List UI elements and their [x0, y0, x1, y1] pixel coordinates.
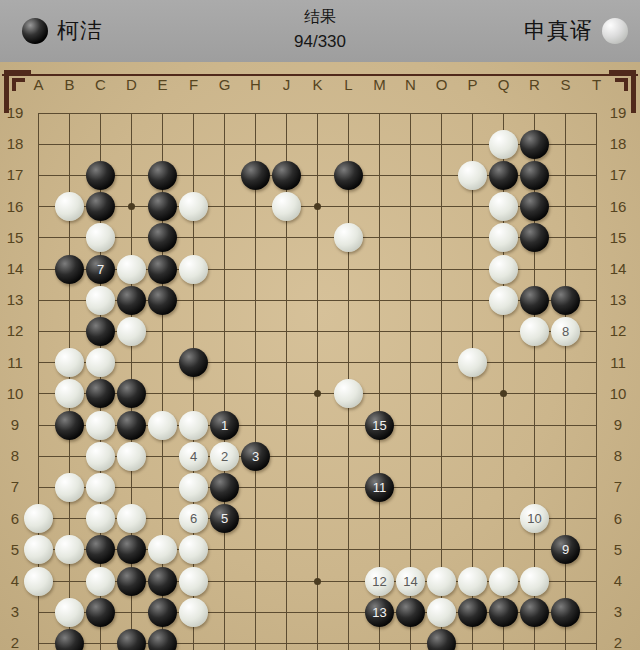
stone-white-E9 [148, 411, 177, 440]
row-label-left-9: 9 [2, 416, 28, 433]
move-number-label: 8 [562, 325, 569, 338]
stone-black-B14 [55, 255, 84, 284]
move-number-label: 1 [221, 419, 228, 432]
stone-black-C17 [86, 161, 115, 190]
stone-black-G7 [210, 473, 239, 502]
col-label-R: R [525, 76, 545, 93]
black-player-area: 柯洁 [22, 0, 103, 62]
col-label-O: O [432, 76, 452, 93]
stone-white-Q13 [489, 286, 518, 315]
stone-black-D5 [117, 535, 146, 564]
stone-black-G6: 5 [210, 504, 239, 533]
stone-black-D9 [117, 411, 146, 440]
stone-white-M4: 12 [365, 567, 394, 596]
stone-white-B10 [55, 379, 84, 408]
move-number-label: 5 [221, 512, 228, 525]
stone-white-N4: 14 [396, 567, 425, 596]
row-label-right-13: 13 [605, 291, 631, 308]
stone-black-R15 [520, 223, 549, 252]
row-label-right-8: 8 [605, 447, 631, 464]
stone-black-R17 [520, 161, 549, 190]
stone-white-F8: 4 [179, 442, 208, 471]
stone-black-M7: 11 [365, 473, 394, 502]
stone-black-R3 [520, 598, 549, 627]
row-label-left-16: 16 [2, 198, 28, 215]
stone-white-S12: 8 [551, 317, 580, 346]
stone-black-C16 [86, 192, 115, 221]
row-label-left-17: 17 [2, 166, 28, 183]
stone-white-F14 [179, 255, 208, 284]
stone-black-D13 [117, 286, 146, 315]
row-label-right-19: 19 [605, 104, 631, 121]
row-label-right-7: 7 [605, 478, 631, 495]
stone-white-R12 [520, 317, 549, 346]
row-label-left-15: 15 [2, 229, 28, 246]
row-label-left-10: 10 [2, 385, 28, 402]
stone-white-F4 [179, 567, 208, 596]
stone-black-B2 [55, 629, 84, 650]
move-number-label: 6 [190, 512, 197, 525]
row-label-left-8: 8 [2, 447, 28, 464]
stone-black-R18 [520, 130, 549, 159]
star-point-D16 [128, 203, 135, 210]
row-label-right-12: 12 [605, 322, 631, 339]
col-label-C: C [91, 76, 111, 93]
stone-white-G8: 2 [210, 442, 239, 471]
stone-white-L15 [334, 223, 363, 252]
move-number-label: 3 [252, 450, 259, 463]
stone-black-M3: 13 [365, 598, 394, 627]
result-title: 结果 [160, 7, 480, 28]
stone-black-C10 [86, 379, 115, 408]
stone-white-J16 [272, 192, 301, 221]
white-player-area: 申真谞 [524, 0, 628, 62]
col-label-M: M [370, 76, 390, 93]
stone-black-C12 [86, 317, 115, 346]
row-label-right-17: 17 [605, 166, 631, 183]
stone-white-R6: 10 [520, 504, 549, 533]
row-label-left-2: 2 [2, 634, 28, 650]
row-label-left-3: 3 [2, 603, 28, 620]
row-label-right-15: 15 [605, 229, 631, 246]
stone-white-C13 [86, 286, 115, 315]
move-number-label: 11 [373, 481, 387, 494]
stone-black-D10 [117, 379, 146, 408]
stone-black-F11 [179, 348, 208, 377]
row-label-left-14: 14 [2, 260, 28, 277]
star-point-K16 [314, 203, 321, 210]
stone-white-A6 [24, 504, 53, 533]
move-number-label: 14 [403, 575, 417, 588]
stone-black-N3 [396, 598, 425, 627]
stone-white-Q16 [489, 192, 518, 221]
stone-white-C9 [86, 411, 115, 440]
col-label-A: A [29, 76, 49, 93]
stone-white-B11 [55, 348, 84, 377]
star-point-Q10 [500, 390, 507, 397]
stone-white-A5 [24, 535, 53, 564]
grid-vline-H [255, 113, 256, 650]
move-number-label: 12 [372, 575, 386, 588]
stone-white-P17 [458, 161, 487, 190]
row-label-right-18: 18 [605, 135, 631, 152]
stone-black-M9: 15 [365, 411, 394, 440]
stone-black-C5 [86, 535, 115, 564]
col-label-Q: Q [494, 76, 514, 93]
stone-black-E14 [148, 255, 177, 284]
stone-white-Q15 [489, 223, 518, 252]
stone-white-B7 [55, 473, 84, 502]
stone-black-R13 [520, 286, 549, 315]
move-number-label: 4 [190, 450, 197, 463]
move-number-label: 13 [372, 606, 386, 619]
stone-black-S3 [551, 598, 580, 627]
grid-vline-T [596, 113, 597, 650]
stone-black-E17 [148, 161, 177, 190]
stone-white-D8 [117, 442, 146, 471]
stone-black-S5: 9 [551, 535, 580, 564]
stone-white-C11 [86, 348, 115, 377]
row-label-right-2: 2 [605, 634, 631, 650]
stone-white-B16 [55, 192, 84, 221]
grid-hline-19 [38, 113, 597, 114]
black-player-name: 柯洁 [57, 16, 103, 46]
col-label-D: D [122, 76, 142, 93]
col-label-S: S [556, 76, 576, 93]
move-number-label: 15 [372, 419, 386, 432]
row-label-left-13: 13 [2, 291, 28, 308]
col-label-K: K [308, 76, 328, 93]
row-label-right-11: 11 [605, 354, 631, 371]
stone-black-E15 [148, 223, 177, 252]
white-player-name: 申真谞 [524, 16, 593, 46]
stone-black-C3 [86, 598, 115, 627]
stone-white-O4 [427, 567, 456, 596]
row-label-right-16: 16 [605, 198, 631, 215]
header-bar: 柯洁 结果 94/330 申真谞 [0, 0, 640, 63]
stone-white-B5 [55, 535, 84, 564]
stone-black-E13 [148, 286, 177, 315]
grid-vline-S [565, 113, 566, 650]
stone-white-B3 [55, 598, 84, 627]
col-label-B: B [60, 76, 80, 93]
grid-vline-K [317, 113, 318, 650]
go-app-window: 柯洁 结果 94/330 申真谞 ABCDEFGHJKLMNOPQRST1919… [0, 0, 640, 650]
row-label-left-7: 7 [2, 478, 28, 495]
stone-black-O2 [427, 629, 456, 650]
stone-black-E16 [148, 192, 177, 221]
stone-black-H17 [241, 161, 270, 190]
stone-white-F6: 6 [179, 504, 208, 533]
stone-black-Q3 [489, 598, 518, 627]
stone-white-A4 [24, 567, 53, 596]
col-label-E: E [153, 76, 173, 93]
stone-black-R16 [520, 192, 549, 221]
stone-white-C15 [86, 223, 115, 252]
stone-black-G9: 1 [210, 411, 239, 440]
stone-white-E5 [148, 535, 177, 564]
col-label-P: P [463, 76, 483, 93]
stone-white-C8 [86, 442, 115, 471]
row-label-left-12: 12 [2, 322, 28, 339]
grid-hline-7 [38, 487, 597, 488]
col-label-F: F [184, 76, 204, 93]
stone-black-D2 [117, 629, 146, 650]
stone-black-H8: 3 [241, 442, 270, 471]
stone-white-D14 [117, 255, 146, 284]
col-label-J: J [277, 76, 297, 93]
row-label-right-4: 4 [605, 572, 631, 589]
stone-black-J17 [272, 161, 301, 190]
stone-white-D6 [117, 504, 146, 533]
stone-black-P3 [458, 598, 487, 627]
star-point-K10 [314, 390, 321, 397]
black-stone-icon [22, 18, 48, 44]
stone-black-D4 [117, 567, 146, 596]
row-label-left-19: 19 [2, 104, 28, 121]
stone-black-E3 [148, 598, 177, 627]
col-label-T: T [587, 76, 607, 93]
row-label-right-5: 5 [605, 541, 631, 558]
move-number-label: 9 [562, 543, 569, 556]
move-number-label: 10 [527, 512, 541, 525]
stone-white-F3 [179, 598, 208, 627]
white-stone-icon [602, 18, 628, 44]
stone-white-F16 [179, 192, 208, 221]
row-label-left-18: 18 [2, 135, 28, 152]
col-label-G: G [215, 76, 235, 93]
col-label-L: L [339, 76, 359, 93]
stone-white-F5 [179, 535, 208, 564]
col-label-H: H [246, 76, 266, 93]
row-label-right-3: 3 [605, 603, 631, 620]
stone-white-D12 [117, 317, 146, 346]
go-board[interactable]: ABCDEFGHJKLMNOPQRST191918181717161615151… [0, 62, 640, 650]
stone-white-Q4 [489, 567, 518, 596]
grid-vline-G [224, 113, 225, 650]
stone-white-R4 [520, 567, 549, 596]
stone-white-C4 [86, 567, 115, 596]
stone-black-E4 [148, 567, 177, 596]
grid-hline-11 [38, 362, 597, 363]
stone-white-Q14 [489, 255, 518, 284]
stone-black-Q17 [489, 161, 518, 190]
move-number-label: 7 [97, 263, 104, 276]
row-label-right-14: 14 [605, 260, 631, 277]
row-label-left-11: 11 [2, 354, 28, 371]
stone-white-C7 [86, 473, 115, 502]
stone-black-S13 [551, 286, 580, 315]
stone-white-F9 [179, 411, 208, 440]
stone-white-Q18 [489, 130, 518, 159]
stone-white-P11 [458, 348, 487, 377]
row-label-right-10: 10 [605, 385, 631, 402]
move-number-label: 2 [221, 450, 228, 463]
stone-white-O3 [427, 598, 456, 627]
stone-black-B9 [55, 411, 84, 440]
stone-white-F7 [179, 473, 208, 502]
stone-black-E2 [148, 629, 177, 650]
stone-white-C6 [86, 504, 115, 533]
star-point-K4 [314, 578, 321, 585]
stone-black-C14: 7 [86, 255, 115, 284]
move-counter: 94/330 [160, 32, 480, 52]
header-center: 结果 94/330 [160, 7, 480, 52]
stone-white-P4 [458, 567, 487, 596]
row-label-right-9: 9 [605, 416, 631, 433]
stone-white-L10 [334, 379, 363, 408]
stone-black-L17 [334, 161, 363, 190]
col-label-N: N [401, 76, 421, 93]
row-label-right-6: 6 [605, 510, 631, 527]
